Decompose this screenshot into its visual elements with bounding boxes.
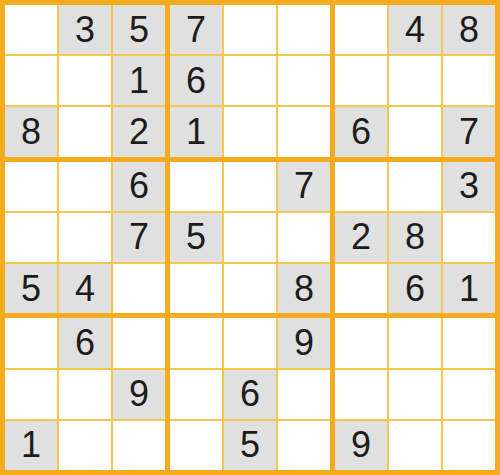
cell-r9c3[interactable] <box>113 421 165 470</box>
box-1: 35182 <box>5 5 165 157</box>
box-3: 4867 <box>335 5 495 157</box>
cell-r4c5[interactable] <box>224 162 276 211</box>
cell-r8c7[interactable] <box>335 370 387 419</box>
cell-r1c1[interactable] <box>5 5 57 54</box>
cell-r2c3: 1 <box>113 56 165 105</box>
cell-r5c1[interactable] <box>5 213 57 262</box>
cell-r2c9[interactable] <box>443 56 495 105</box>
box-6: 32861 <box>335 162 495 314</box>
cell-r8c3: 9 <box>113 370 165 419</box>
cell-r4c1[interactable] <box>5 162 57 211</box>
cell-r7c4[interactable] <box>170 318 222 367</box>
cell-r2c4: 6 <box>170 56 222 105</box>
cell-r8c1[interactable] <box>5 370 57 419</box>
cell-r2c8[interactable] <box>389 56 441 105</box>
cell-r9c2[interactable] <box>59 421 111 470</box>
cell-r8c5: 6 <box>224 370 276 419</box>
cell-r1c5[interactable] <box>224 5 276 54</box>
cell-r8c4[interactable] <box>170 370 222 419</box>
cell-r1c9: 8 <box>443 5 495 54</box>
sudoku-board: 3518276148676754758328616919659 <box>0 0 500 475</box>
cell-r6c1: 5 <box>5 264 57 313</box>
cell-r3c6[interactable] <box>278 107 330 156</box>
cell-r6c9: 1 <box>443 264 495 313</box>
cell-r6c2: 4 <box>59 264 111 313</box>
cell-r5c4: 5 <box>170 213 222 262</box>
cell-r8c8[interactable] <box>389 370 441 419</box>
cell-r6c3[interactable] <box>113 264 165 313</box>
cell-r6c4[interactable] <box>170 264 222 313</box>
cell-r4c7[interactable] <box>335 162 387 211</box>
cell-r3c4: 1 <box>170 107 222 156</box>
cell-r1c7[interactable] <box>335 5 387 54</box>
box-8: 965 <box>170 318 330 470</box>
cell-r2c7[interactable] <box>335 56 387 105</box>
cell-r8c9[interactable] <box>443 370 495 419</box>
cell-r3c7: 6 <box>335 107 387 156</box>
cell-r7c2: 6 <box>59 318 111 367</box>
cell-r5c3: 7 <box>113 213 165 262</box>
cell-r7c5[interactable] <box>224 318 276 367</box>
cell-r7c9[interactable] <box>443 318 495 367</box>
cell-r5c2[interactable] <box>59 213 111 262</box>
box-4: 6754 <box>5 162 165 314</box>
cell-r9c9[interactable] <box>443 421 495 470</box>
cell-r9c8[interactable] <box>389 421 441 470</box>
cell-r2c6[interactable] <box>278 56 330 105</box>
cell-r4c3: 6 <box>113 162 165 211</box>
cell-r9c1: 1 <box>5 421 57 470</box>
cell-r5c5[interactable] <box>224 213 276 262</box>
cell-r9c5: 5 <box>224 421 276 470</box>
box-7: 691 <box>5 318 165 470</box>
cell-r7c8[interactable] <box>389 318 441 367</box>
cell-r5c6[interactable] <box>278 213 330 262</box>
cell-r5c8: 8 <box>389 213 441 262</box>
cell-r6c7[interactable] <box>335 264 387 313</box>
cell-r3c1: 8 <box>5 107 57 156</box>
cell-r6c5[interactable] <box>224 264 276 313</box>
cell-r3c3: 2 <box>113 107 165 156</box>
cell-r4c2[interactable] <box>59 162 111 211</box>
cell-r1c8: 4 <box>389 5 441 54</box>
cell-r7c6: 9 <box>278 318 330 367</box>
cell-r1c4: 7 <box>170 5 222 54</box>
cell-r4c8[interactable] <box>389 162 441 211</box>
cell-r7c7[interactable] <box>335 318 387 367</box>
cell-r5c7: 2 <box>335 213 387 262</box>
cell-r4c4[interactable] <box>170 162 222 211</box>
cell-r6c6: 8 <box>278 264 330 313</box>
cell-r3c8[interactable] <box>389 107 441 156</box>
cell-r1c2: 3 <box>59 5 111 54</box>
cell-r4c6: 7 <box>278 162 330 211</box>
cell-r1c6[interactable] <box>278 5 330 54</box>
cell-r6c8: 6 <box>389 264 441 313</box>
cell-r5c9[interactable] <box>443 213 495 262</box>
cell-r9c6[interactable] <box>278 421 330 470</box>
cell-r2c5[interactable] <box>224 56 276 105</box>
cell-r8c2[interactable] <box>59 370 111 419</box>
cell-r3c9: 7 <box>443 107 495 156</box>
cell-r2c2[interactable] <box>59 56 111 105</box>
cell-r7c3[interactable] <box>113 318 165 367</box>
cell-r8c6[interactable] <box>278 370 330 419</box>
cell-r1c3: 5 <box>113 5 165 54</box>
cell-r7c1[interactable] <box>5 318 57 367</box>
cell-r4c9: 3 <box>443 162 495 211</box>
box-9: 9 <box>335 318 495 470</box>
box-5: 758 <box>170 162 330 314</box>
cell-r9c7: 9 <box>335 421 387 470</box>
cell-r3c2[interactable] <box>59 107 111 156</box>
cell-r3c5[interactable] <box>224 107 276 156</box>
box-2: 761 <box>170 5 330 157</box>
cell-r2c1[interactable] <box>5 56 57 105</box>
cell-r9c4[interactable] <box>170 421 222 470</box>
